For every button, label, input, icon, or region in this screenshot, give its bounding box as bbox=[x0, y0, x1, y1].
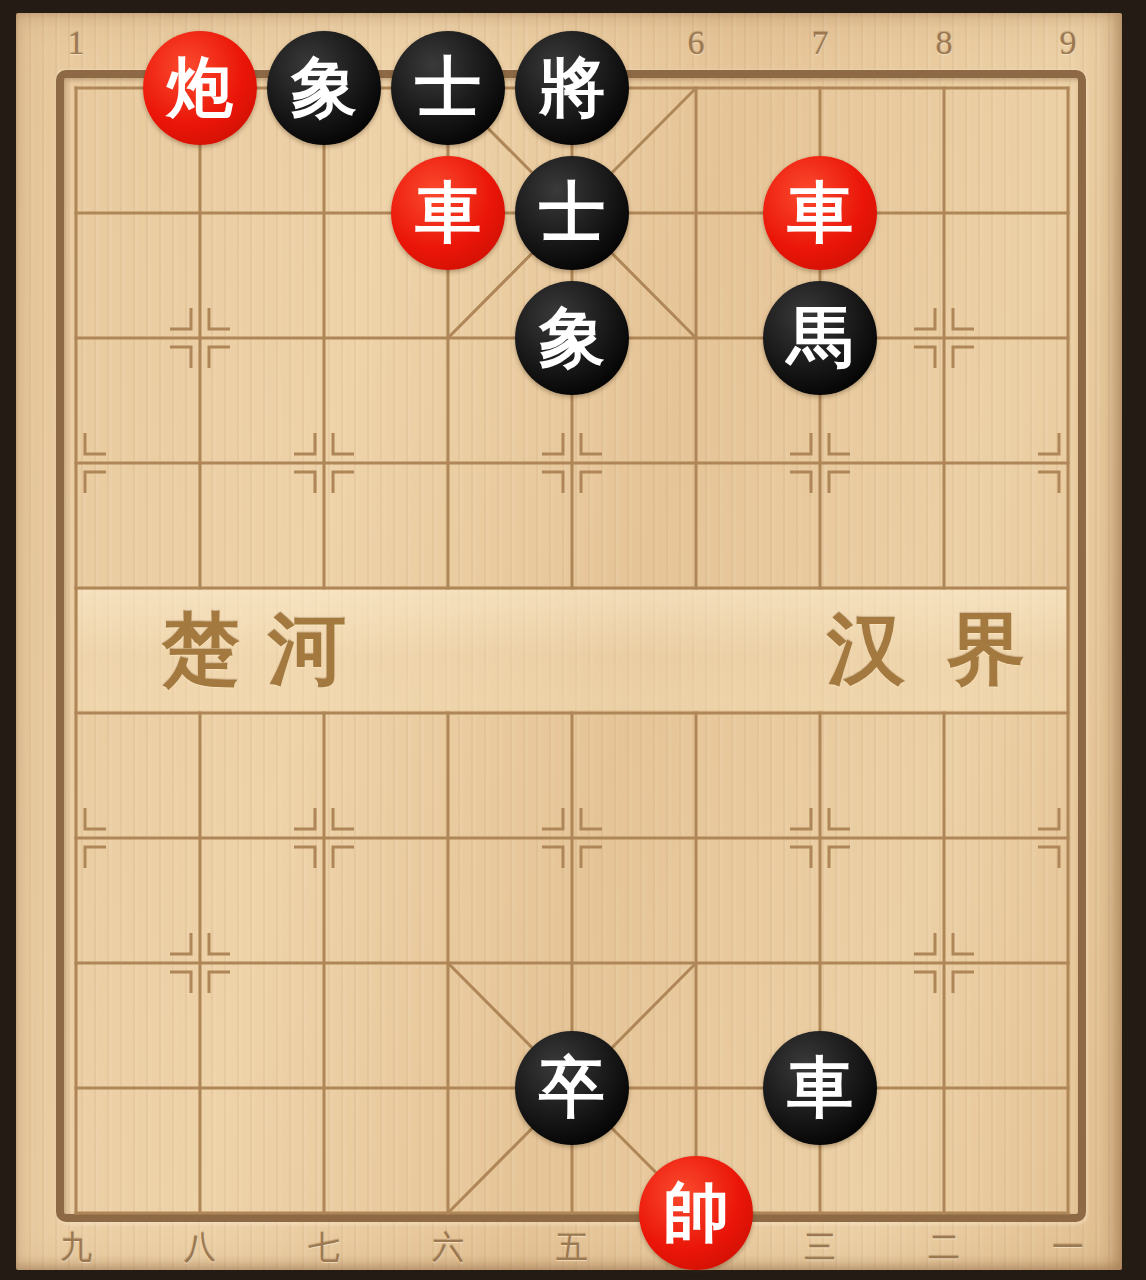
piece-black-advisor[interactable]: 士 bbox=[515, 156, 629, 270]
pieces-layer: 炮象士將車士車象馬卒車帥 bbox=[0, 0, 1146, 1280]
xiangqi-board: 楚河 汉界 1 2 3 4 5 6 7 8 9 九 八 七 六 五 四 三 二 … bbox=[0, 0, 1146, 1280]
piece-black-chariot[interactable]: 車 bbox=[763, 1031, 877, 1145]
piece-red-cannon[interactable]: 炮 bbox=[143, 31, 257, 145]
piece-black-general[interactable]: 將 bbox=[515, 31, 629, 145]
piece-red-chariot[interactable]: 車 bbox=[763, 156, 877, 270]
piece-black-soldier[interactable]: 卒 bbox=[515, 1031, 629, 1145]
piece-black-advisor[interactable]: 士 bbox=[391, 31, 505, 145]
piece-black-elephant[interactable]: 象 bbox=[267, 31, 381, 145]
piece-red-chariot[interactable]: 車 bbox=[391, 156, 505, 270]
piece-black-horse[interactable]: 馬 bbox=[763, 281, 877, 395]
piece-black-elephant[interactable]: 象 bbox=[515, 281, 629, 395]
piece-red-general[interactable]: 帥 bbox=[639, 1156, 753, 1270]
